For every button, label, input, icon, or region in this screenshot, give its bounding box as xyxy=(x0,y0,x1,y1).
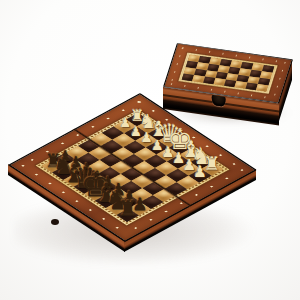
box-square xyxy=(256,84,269,92)
product-photo-stage: ♜♞♝♛♚♝♞♜♟♟♟♟♟♟♟♟♟♟♟♟♟♟♟♟♜♞♝♛♚♝♞♜ xyxy=(0,0,300,300)
closed-box-latch-handle xyxy=(212,95,226,107)
open-board-hinge-knob xyxy=(51,219,59,225)
